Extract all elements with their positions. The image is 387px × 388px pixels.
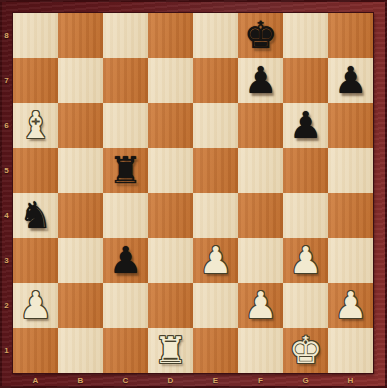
chess-board[interactable]: ♚♟♟♝♟♜♞♟♟♟♟♟♟♜♚ [13,13,373,373]
square-h2[interactable]: ♟ [328,283,373,328]
rank-label-2: 2 [0,283,13,328]
square-f1[interactable] [238,328,283,373]
square-d2[interactable] [148,283,193,328]
black-pawn[interactable]: ♟ [244,58,277,103]
square-c3[interactable]: ♟ [103,238,148,283]
white-pawn[interactable]: ♟ [289,238,322,283]
square-d6[interactable] [148,103,193,148]
square-c8[interactable] [103,13,148,58]
square-g3[interactable]: ♟ [283,238,328,283]
black-knight[interactable]: ♞ [19,193,52,238]
square-g2[interactable] [283,283,328,328]
file-label-c: C [103,373,148,388]
square-d8[interactable] [148,13,193,58]
square-c1[interactable] [103,328,148,373]
square-a6[interactable]: ♝ [13,103,58,148]
file-label-f: F [238,373,283,388]
square-g8[interactable] [283,13,328,58]
black-king[interactable]: ♚ [244,13,277,58]
square-h4[interactable] [328,193,373,238]
white-king[interactable]: ♚ [289,328,322,373]
rank-label-7: 7 [0,58,13,103]
square-c4[interactable] [103,193,148,238]
file-label-a: A [13,373,58,388]
square-b8[interactable] [58,13,103,58]
square-e7[interactable] [193,58,238,103]
square-b4[interactable] [58,193,103,238]
square-h5[interactable] [328,148,373,193]
square-d5[interactable] [148,148,193,193]
square-f6[interactable] [238,103,283,148]
file-label-d: D [148,373,193,388]
square-b2[interactable] [58,283,103,328]
square-a8[interactable] [13,13,58,58]
square-f2[interactable]: ♟ [238,283,283,328]
square-f7[interactable]: ♟ [238,58,283,103]
square-c5[interactable]: ♜ [103,148,148,193]
square-h3[interactable] [328,238,373,283]
square-h6[interactable] [328,103,373,148]
square-a7[interactable] [13,58,58,103]
square-c6[interactable] [103,103,148,148]
white-pawn[interactable]: ♟ [19,283,52,328]
file-label-e: E [193,373,238,388]
white-pawn[interactable]: ♟ [199,238,232,283]
rank-label-6: 6 [0,103,13,148]
square-b1[interactable] [58,328,103,373]
square-h7[interactable]: ♟ [328,58,373,103]
square-h1[interactable] [328,328,373,373]
square-g7[interactable] [283,58,328,103]
square-d3[interactable] [148,238,193,283]
square-f3[interactable] [238,238,283,283]
square-d7[interactable] [148,58,193,103]
square-a4[interactable]: ♞ [13,193,58,238]
square-g5[interactable] [283,148,328,193]
file-labels: ABCDEFGH [13,373,373,388]
rank-label-5: 5 [0,148,13,193]
rank-label-4: 4 [0,193,13,238]
square-e5[interactable] [193,148,238,193]
white-pawn[interactable]: ♟ [244,283,277,328]
rank-label-3: 3 [0,238,13,283]
square-c2[interactable] [103,283,148,328]
square-f5[interactable] [238,148,283,193]
white-bishop[interactable]: ♝ [19,103,52,148]
square-b5[interactable] [58,148,103,193]
square-h8[interactable] [328,13,373,58]
square-f4[interactable] [238,193,283,238]
rank-labels: 87654321 [0,13,13,373]
white-pawn[interactable]: ♟ [334,283,367,328]
square-b6[interactable] [58,103,103,148]
square-g6[interactable]: ♟ [283,103,328,148]
square-b7[interactable] [58,58,103,103]
square-a2[interactable]: ♟ [13,283,58,328]
square-e4[interactable] [193,193,238,238]
square-e1[interactable] [193,328,238,373]
file-label-g: G [283,373,328,388]
square-b3[interactable] [58,238,103,283]
square-a3[interactable] [13,238,58,283]
square-g4[interactable] [283,193,328,238]
black-pawn[interactable]: ♟ [334,58,367,103]
black-rook[interactable]: ♜ [109,148,142,193]
square-d4[interactable] [148,193,193,238]
square-c7[interactable] [103,58,148,103]
square-e8[interactable] [193,13,238,58]
square-e2[interactable] [193,283,238,328]
chessboard-frame: 87654321 ♚♟♟♝♟♜♞♟♟♟♟♟♟♜♚ ABCDEFGH [0,0,387,388]
square-g1[interactable]: ♚ [283,328,328,373]
file-label-b: B [58,373,103,388]
file-label-h: H [328,373,373,388]
square-f8[interactable]: ♚ [238,13,283,58]
white-rook[interactable]: ♜ [154,328,187,373]
black-pawn[interactable]: ♟ [109,238,142,283]
rank-label-8: 8 [0,13,13,58]
square-d1[interactable]: ♜ [148,328,193,373]
square-a1[interactable] [13,328,58,373]
black-pawn[interactable]: ♟ [289,103,322,148]
square-a5[interactable] [13,148,58,193]
square-e6[interactable] [193,103,238,148]
rank-label-1: 1 [0,328,13,373]
square-e3[interactable]: ♟ [193,238,238,283]
